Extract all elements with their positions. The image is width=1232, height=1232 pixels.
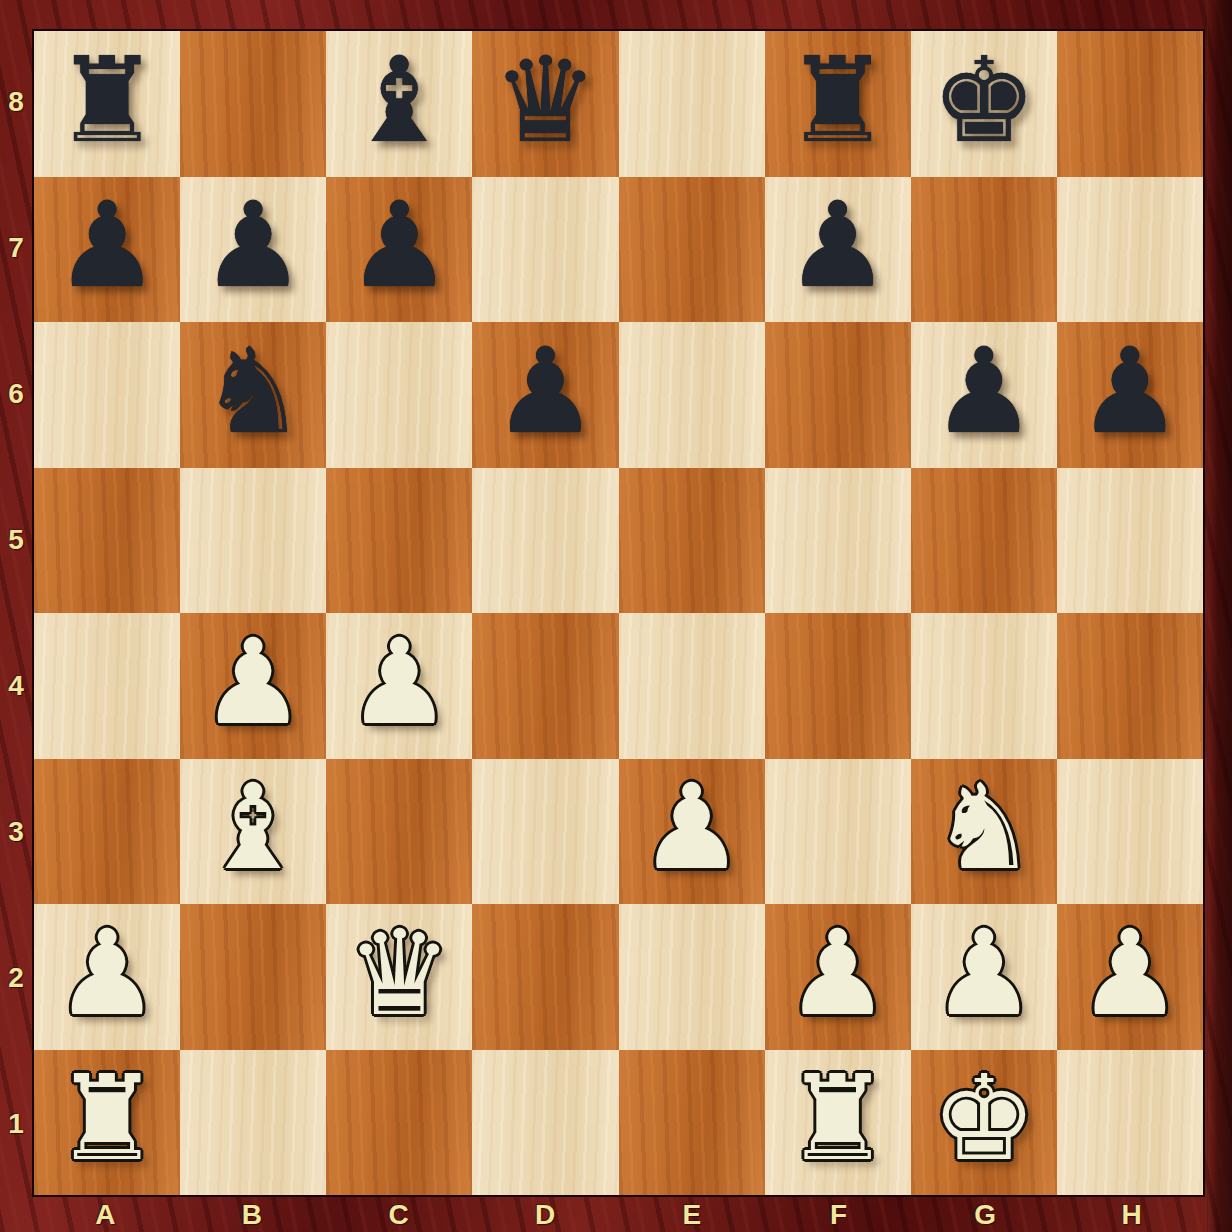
square-d6[interactable]: ♟ [472, 322, 618, 468]
board-grid: ♜♝♛♜♚♟♟♟♟♞♟♟♟♟♟♝♟♞♟♛♟♟♟♜♜♚ [32, 29, 1205, 1197]
square-f3[interactable] [765, 759, 911, 905]
square-b5[interactable] [180, 468, 326, 614]
rank-labels: 87654321 [0, 29, 32, 1197]
square-f8[interactable]: ♜ [765, 31, 911, 177]
square-h4[interactable] [1057, 613, 1203, 759]
square-c2[interactable]: ♛ [326, 904, 472, 1050]
square-f1[interactable]: ♜ [765, 1050, 911, 1196]
white-pawn-e3[interactable]: ♟ [639, 768, 745, 886]
square-d5[interactable] [472, 468, 618, 614]
black-pawn-f7[interactable]: ♟ [785, 186, 891, 304]
black-pawn-c7[interactable]: ♟ [346, 186, 452, 304]
square-h2[interactable]: ♟ [1057, 904, 1203, 1050]
square-d7[interactable] [472, 177, 618, 323]
square-c3[interactable] [326, 759, 472, 905]
file-label-e: E [619, 1197, 766, 1232]
square-c1[interactable] [326, 1050, 472, 1196]
square-b2[interactable] [180, 904, 326, 1050]
black-bishop-c8[interactable]: ♝ [346, 41, 452, 159]
file-label-a: A [32, 1197, 179, 1232]
white-rook-f1[interactable]: ♜ [785, 1059, 891, 1177]
square-c4[interactable]: ♟ [326, 613, 472, 759]
square-a5[interactable] [34, 468, 180, 614]
rank-label-4: 4 [0, 613, 32, 759]
square-b8[interactable] [180, 31, 326, 177]
square-d3[interactable] [472, 759, 618, 905]
square-e3[interactable]: ♟ [619, 759, 765, 905]
white-pawn-a2[interactable]: ♟ [54, 914, 160, 1032]
white-knight-g3[interactable]: ♞ [931, 768, 1037, 886]
square-d2[interactable] [472, 904, 618, 1050]
square-a8[interactable]: ♜ [34, 31, 180, 177]
white-king-g1[interactable]: ♚ [931, 1059, 1037, 1177]
file-label-h: H [1058, 1197, 1205, 1232]
square-f4[interactable] [765, 613, 911, 759]
square-f6[interactable] [765, 322, 911, 468]
square-h8[interactable] [1057, 31, 1203, 177]
square-b4[interactable]: ♟ [180, 613, 326, 759]
square-b1[interactable] [180, 1050, 326, 1196]
rank-label-6: 6 [0, 321, 32, 467]
square-d8[interactable]: ♛ [472, 31, 618, 177]
white-pawn-f2[interactable]: ♟ [785, 914, 891, 1032]
square-h5[interactable] [1057, 468, 1203, 614]
square-a3[interactable] [34, 759, 180, 905]
square-g1[interactable]: ♚ [911, 1050, 1057, 1196]
square-g7[interactable] [911, 177, 1057, 323]
black-pawn-d6[interactable]: ♟ [493, 332, 599, 450]
square-f7[interactable]: ♟ [765, 177, 911, 323]
black-rook-a8[interactable]: ♜ [54, 41, 160, 159]
black-king-g8[interactable]: ♚ [931, 41, 1037, 159]
white-pawn-g2[interactable]: ♟ [931, 914, 1037, 1032]
rank-label-3: 3 [0, 759, 32, 905]
square-e5[interactable] [619, 468, 765, 614]
file-labels: ABCDEFGH [32, 1197, 1205, 1232]
square-e7[interactable] [619, 177, 765, 323]
square-e8[interactable] [619, 31, 765, 177]
square-c6[interactable] [326, 322, 472, 468]
white-rook-a1[interactable]: ♜ [54, 1059, 160, 1177]
rank-label-7: 7 [0, 175, 32, 321]
square-g2[interactable]: ♟ [911, 904, 1057, 1050]
white-pawn-h2[interactable]: ♟ [1077, 914, 1183, 1032]
white-pawn-c4[interactable]: ♟ [346, 623, 452, 741]
square-a7[interactable]: ♟ [34, 177, 180, 323]
file-label-b: B [179, 1197, 326, 1232]
rank-label-5: 5 [0, 467, 32, 613]
square-e2[interactable] [619, 904, 765, 1050]
square-e6[interactable] [619, 322, 765, 468]
black-rook-f8[interactable]: ♜ [785, 41, 891, 159]
square-c7[interactable]: ♟ [326, 177, 472, 323]
file-label-g: G [912, 1197, 1059, 1232]
square-e4[interactable] [619, 613, 765, 759]
square-b7[interactable]: ♟ [180, 177, 326, 323]
square-c5[interactable] [326, 468, 472, 614]
square-b3[interactable]: ♝ [180, 759, 326, 905]
square-h3[interactable] [1057, 759, 1203, 905]
square-e1[interactable] [619, 1050, 765, 1196]
square-f5[interactable] [765, 468, 911, 614]
square-g3[interactable]: ♞ [911, 759, 1057, 905]
white-bishop-b3[interactable]: ♝ [200, 768, 306, 886]
black-queen-d8[interactable]: ♛ [493, 41, 599, 159]
square-a6[interactable] [34, 322, 180, 468]
square-a1[interactable]: ♜ [34, 1050, 180, 1196]
square-a4[interactable] [34, 613, 180, 759]
file-label-c: C [325, 1197, 472, 1232]
square-d4[interactable] [472, 613, 618, 759]
rank-label-8: 8 [0, 29, 32, 175]
square-g5[interactable] [911, 468, 1057, 614]
white-queen-c2[interactable]: ♛ [346, 914, 452, 1032]
black-pawn-b7[interactable]: ♟ [200, 186, 306, 304]
black-pawn-g6[interactable]: ♟ [931, 332, 1037, 450]
file-label-f: F [765, 1197, 912, 1232]
square-c8[interactable]: ♝ [326, 31, 472, 177]
black-pawn-h6[interactable]: ♟ [1077, 332, 1183, 450]
square-g4[interactable] [911, 613, 1057, 759]
black-knight-b6[interactable]: ♞ [200, 332, 306, 450]
square-h7[interactable] [1057, 177, 1203, 323]
square-a2[interactable]: ♟ [34, 904, 180, 1050]
square-h6[interactable]: ♟ [1057, 322, 1203, 468]
white-pawn-b4[interactable]: ♟ [200, 623, 306, 741]
square-d1[interactable] [472, 1050, 618, 1196]
black-pawn-a7[interactable]: ♟ [54, 186, 160, 304]
square-h1[interactable] [1057, 1050, 1203, 1196]
rank-label-2: 2 [0, 905, 32, 1051]
file-label-d: D [472, 1197, 619, 1232]
board-frame: 87654321 ♜♝♛♜♚♟♟♟♟♞♟♟♟♟♟♝♟♞♟♛♟♟♟♜♜♚ ABCD… [0, 0, 1232, 1232]
square-b6[interactable]: ♞ [180, 322, 326, 468]
rank-label-1: 1 [0, 1051, 32, 1197]
square-g8[interactable]: ♚ [911, 31, 1057, 177]
square-f2[interactable]: ♟ [765, 904, 911, 1050]
square-g6[interactable]: ♟ [911, 322, 1057, 468]
